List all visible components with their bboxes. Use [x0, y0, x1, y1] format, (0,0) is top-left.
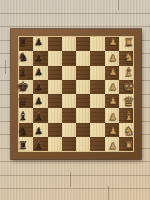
square-g1[interactable]: ♞ [119, 51, 133, 65]
white-pawn-piece: ♟ [109, 111, 118, 121]
square-e7[interactable]: ♟ [33, 80, 47, 94]
black-pawn-piece: ♟ [35, 97, 44, 107]
square-e3[interactable] [90, 80, 104, 94]
black-pawn-piece: ♟ [35, 67, 44, 77]
black-bishop-piece: ♝ [18, 110, 29, 122]
white-pawn-piece: ♟ [109, 82, 118, 92]
black-pawn-piece: ♟ [35, 82, 44, 92]
square-g4[interactable] [76, 51, 90, 65]
white-pawn-piece: ♟ [109, 97, 118, 107]
square-f3[interactable] [90, 66, 104, 80]
floor-plank-joint [70, 172, 71, 187]
square-d5[interactable] [62, 94, 76, 108]
square-b7[interactable]: ♟ [33, 123, 47, 137]
square-d2[interactable]: ♟ [105, 94, 119, 108]
white-knight-piece: ♞ [123, 51, 134, 63]
square-h3[interactable] [90, 37, 104, 51]
square-e8[interactable]: ♚ [19, 80, 33, 94]
floor-plank-joint [118, 0, 119, 10]
square-b5[interactable] [62, 123, 76, 137]
square-g3[interactable] [90, 51, 104, 65]
chess-playing-area: ♜♟♟♜♞♟♟♞♝♟♟♝♚♟♟♚♛♟♟♛♝♟♟♝♞♟♟♞♜♟♟♜ [19, 37, 133, 151]
square-e6[interactable] [48, 80, 62, 94]
square-f1[interactable]: ♝ [119, 66, 133, 80]
square-c8[interactable]: ♝ [19, 108, 33, 122]
square-b4[interactable] [76, 123, 90, 137]
black-queen-piece: ♛ [17, 95, 29, 108]
black-pawn-piece: ♟ [35, 126, 44, 136]
square-f6[interactable] [48, 66, 62, 80]
square-c7[interactable]: ♟ [33, 108, 47, 122]
square-a7[interactable]: ♟ [33, 137, 47, 151]
white-pawn-piece: ♟ [109, 52, 118, 62]
square-e1[interactable]: ♚ [119, 80, 133, 94]
square-g8[interactable]: ♞ [19, 51, 33, 65]
square-h5[interactable] [62, 37, 76, 51]
floor-plank-joint [5, 60, 6, 74]
square-a8[interactable]: ♜ [19, 137, 33, 151]
square-d1[interactable]: ♛ [119, 94, 133, 108]
square-f8[interactable]: ♝ [19, 66, 33, 80]
black-bishop-piece: ♝ [18, 66, 29, 78]
square-d7[interactable]: ♟ [33, 94, 47, 108]
black-rook-piece: ♜ [18, 140, 28, 151]
black-pawn-piece: ♟ [35, 52, 44, 62]
white-bishop-piece: ♝ [123, 66, 134, 78]
square-a5[interactable] [62, 137, 76, 151]
white-queen-piece: ♛ [123, 95, 135, 108]
square-d8[interactable]: ♛ [19, 94, 33, 108]
square-h2[interactable]: ♟ [105, 37, 119, 51]
square-c3[interactable] [90, 108, 104, 122]
square-g7[interactable]: ♟ [33, 51, 47, 65]
square-b6[interactable] [48, 123, 62, 137]
square-h4[interactable] [76, 37, 90, 51]
square-e5[interactable] [62, 80, 76, 94]
white-pawn-piece: ♟ [109, 67, 118, 77]
white-rook-piece: ♜ [124, 140, 134, 151]
white-pawn-piece: ♟ [109, 141, 118, 151]
black-pawn-piece: ♟ [35, 111, 44, 121]
square-c1[interactable]: ♝ [119, 108, 133, 122]
square-g2[interactable]: ♟ [105, 51, 119, 65]
square-c2[interactable]: ♟ [105, 108, 119, 122]
square-c4[interactable] [76, 108, 90, 122]
square-g5[interactable] [62, 51, 76, 65]
white-knight-piece: ♞ [123, 125, 134, 137]
square-g6[interactable] [48, 51, 62, 65]
square-b2[interactable]: ♟ [105, 123, 119, 137]
square-b1[interactable]: ♞ [119, 123, 133, 137]
black-rook-piece: ♜ [18, 37, 28, 48]
black-pawn-piece: ♟ [35, 38, 44, 48]
square-a1[interactable]: ♜ [119, 137, 133, 151]
square-h7[interactable]: ♟ [33, 37, 47, 51]
white-pawn-piece: ♟ [109, 126, 118, 136]
white-king-piece: ♚ [123, 80, 135, 94]
black-knight-piece: ♞ [18, 51, 29, 63]
square-e2[interactable]: ♟ [105, 80, 119, 94]
white-pawn-piece: ♟ [109, 38, 118, 48]
chess-board: ♜♟♟♜♞♟♟♞♝♟♟♝♚♟♟♚♛♟♟♛♝♟♟♝♞♟♟♞♜♟♟♜ [11, 29, 141, 159]
square-c6[interactable] [48, 108, 62, 122]
square-f4[interactable] [76, 66, 90, 80]
square-e4[interactable] [76, 80, 90, 94]
square-f2[interactable]: ♟ [105, 66, 119, 80]
square-a4[interactable] [76, 137, 90, 151]
square-d3[interactable] [90, 94, 104, 108]
square-a2[interactable]: ♟ [105, 137, 119, 151]
black-king-piece: ♚ [17, 80, 29, 94]
white-bishop-piece: ♝ [123, 110, 134, 122]
square-b8[interactable]: ♞ [19, 123, 33, 137]
square-a6[interactable] [48, 137, 62, 151]
square-a3[interactable] [90, 137, 104, 151]
square-h1[interactable]: ♜ [119, 37, 133, 51]
black-knight-piece: ♞ [18, 125, 29, 137]
square-h6[interactable] [48, 37, 62, 51]
square-f7[interactable]: ♟ [33, 66, 47, 80]
white-rook-piece: ♜ [124, 37, 134, 48]
black-pawn-piece: ♟ [35, 141, 44, 151]
floor-plank-joint [108, 186, 109, 200]
square-f5[interactable] [62, 66, 76, 80]
square-d4[interactable] [76, 94, 90, 108]
square-c5[interactable] [62, 108, 76, 122]
square-b3[interactable] [90, 123, 104, 137]
square-d6[interactable] [48, 94, 62, 108]
square-h8[interactable]: ♜ [19, 37, 33, 51]
